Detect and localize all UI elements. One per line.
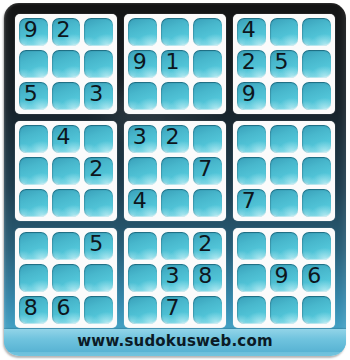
- sudoku-box-9: 96: [233, 228, 335, 328]
- cell-r5c7[interactable]: [237, 157, 266, 185]
- sudoku-box-3: 4259: [233, 14, 335, 114]
- cell-r3c1[interactable]: 5: [19, 82, 48, 110]
- cell-r6c1[interactable]: [19, 189, 48, 217]
- cell-r6c5[interactable]: [161, 189, 190, 217]
- cell-r1c6[interactable]: [193, 18, 222, 46]
- cell-r2c7[interactable]: 2: [237, 50, 266, 78]
- cell-r5c6[interactable]: 7: [193, 157, 222, 185]
- cell-r6c7[interactable]: 7: [237, 189, 266, 217]
- cell-r2c4[interactable]: 9: [128, 50, 157, 78]
- cell-r4c9[interactable]: [302, 125, 331, 153]
- cell-r8c6[interactable]: 8: [193, 264, 222, 292]
- cell-r4c8[interactable]: [270, 125, 299, 153]
- cell-r4c6[interactable]: [193, 125, 222, 153]
- cell-r9c6[interactable]: [193, 296, 222, 324]
- cell-r1c2[interactable]: 2: [52, 18, 81, 46]
- cell-r3c9[interactable]: [302, 82, 331, 110]
- cell-r1c3[interactable]: [84, 18, 113, 46]
- cell-r3c4[interactable]: [128, 82, 157, 110]
- cell-r4c2[interactable]: 4: [52, 125, 81, 153]
- cell-r3c6[interactable]: [193, 82, 222, 110]
- cell-r7c8[interactable]: [270, 232, 299, 260]
- cell-r4c7[interactable]: [237, 125, 266, 153]
- cell-r3c3[interactable]: 3: [84, 82, 113, 110]
- cell-r7c1[interactable]: [19, 232, 48, 260]
- sudoku-board: 92539142594232747586238796: [15, 14, 335, 328]
- cell-r1c9[interactable]: [302, 18, 331, 46]
- cell-r5c8[interactable]: [270, 157, 299, 185]
- cell-r2c9[interactable]: [302, 50, 331, 78]
- cell-r5c5[interactable]: [161, 157, 190, 185]
- cell-r5c4[interactable]: [128, 157, 157, 185]
- cell-r7c5[interactable]: [161, 232, 190, 260]
- cell-r2c3[interactable]: [84, 50, 113, 78]
- cell-r6c4[interactable]: 4: [128, 189, 157, 217]
- sudoku-box-7: 586: [15, 228, 117, 328]
- sudoku-widget: 92539142594232747586238796 www.sudokuswe…: [4, 3, 346, 356]
- cell-r9c7[interactable]: [237, 296, 266, 324]
- cell-r3c8[interactable]: [270, 82, 299, 110]
- cell-r2c6[interactable]: [193, 50, 222, 78]
- cell-r7c9[interactable]: [302, 232, 331, 260]
- cell-r4c3[interactable]: [84, 125, 113, 153]
- cell-r2c2[interactable]: [52, 50, 81, 78]
- sudoku-box-5: 3274: [124, 121, 226, 221]
- cell-r3c2[interactable]: [52, 82, 81, 110]
- sudoku-box-1: 9253: [15, 14, 117, 114]
- cell-r5c3[interactable]: 2: [84, 157, 113, 185]
- cell-r7c6[interactable]: 2: [193, 232, 222, 260]
- cell-r3c7[interactable]: 9: [237, 82, 266, 110]
- cell-r4c4[interactable]: 3: [128, 125, 157, 153]
- cell-r9c1[interactable]: 8: [19, 296, 48, 324]
- cell-r4c5[interactable]: 2: [161, 125, 190, 153]
- cell-r2c1[interactable]: [19, 50, 48, 78]
- cell-r9c2[interactable]: 6: [52, 296, 81, 324]
- cell-r6c9[interactable]: [302, 189, 331, 217]
- cell-r1c7[interactable]: 4: [237, 18, 266, 46]
- cell-r8c1[interactable]: [19, 264, 48, 292]
- cell-r9c8[interactable]: [270, 296, 299, 324]
- sudoku-box-8: 2387: [124, 228, 226, 328]
- site-url[interactable]: www.sudokusweb.com: [77, 332, 272, 350]
- sudoku-box-6: 7: [233, 121, 335, 221]
- cell-r3c5[interactable]: [161, 82, 190, 110]
- cell-r2c8[interactable]: 5: [270, 50, 299, 78]
- sudoku-box-4: 42: [15, 121, 117, 221]
- footer-bar: www.sudokusweb.com: [4, 329, 346, 352]
- cell-r9c3[interactable]: [84, 296, 113, 324]
- cell-r6c2[interactable]: [52, 189, 81, 217]
- cell-r7c3[interactable]: 5: [84, 232, 113, 260]
- cell-r6c6[interactable]: [193, 189, 222, 217]
- cell-r7c7[interactable]: [237, 232, 266, 260]
- cell-r6c8[interactable]: [270, 189, 299, 217]
- sudoku-box-2: 91: [124, 14, 226, 114]
- cell-r8c4[interactable]: [128, 264, 157, 292]
- cell-r4c1[interactable]: [19, 125, 48, 153]
- cell-r1c4[interactable]: [128, 18, 157, 46]
- cell-r7c2[interactable]: [52, 232, 81, 260]
- cell-r6c3[interactable]: [84, 189, 113, 217]
- cell-r1c1[interactable]: 9: [19, 18, 48, 46]
- cell-r8c8[interactable]: 9: [270, 264, 299, 292]
- cell-r5c1[interactable]: [19, 157, 48, 185]
- cell-r9c4[interactable]: [128, 296, 157, 324]
- cell-r5c9[interactable]: [302, 157, 331, 185]
- cell-r5c2[interactable]: [52, 157, 81, 185]
- cell-r8c7[interactable]: [237, 264, 266, 292]
- cell-r8c2[interactable]: [52, 264, 81, 292]
- cell-r8c5[interactable]: 3: [161, 264, 190, 292]
- cell-r2c5[interactable]: 1: [161, 50, 190, 78]
- cell-r1c5[interactable]: [161, 18, 190, 46]
- cell-r9c9[interactable]: [302, 296, 331, 324]
- cell-r1c8[interactable]: [270, 18, 299, 46]
- cell-r8c9[interactable]: 6: [302, 264, 331, 292]
- cell-r7c4[interactable]: [128, 232, 157, 260]
- cell-r9c5[interactable]: 7: [161, 296, 190, 324]
- cell-r8c3[interactable]: [84, 264, 113, 292]
